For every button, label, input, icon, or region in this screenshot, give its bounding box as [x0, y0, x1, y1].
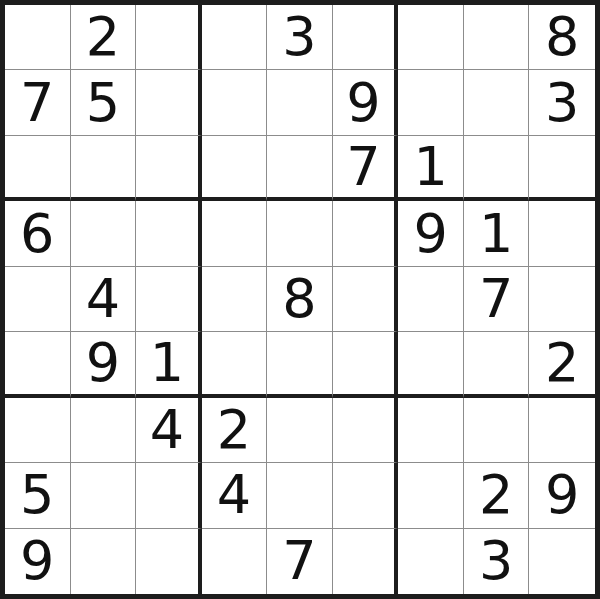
- cell-r8c4-given-4[interactable]: 4: [202, 463, 268, 528]
- cell-r7c2-empty[interactable]: [71, 398, 137, 463]
- cell-r6c4-empty[interactable]: [202, 332, 268, 397]
- cell-r7c5-empty[interactable]: [267, 398, 333, 463]
- cell-r6c3-given-1[interactable]: 1: [136, 332, 202, 397]
- cell-r7c6-empty[interactable]: [333, 398, 399, 463]
- cell-r3c8-empty[interactable]: [464, 136, 530, 201]
- cell-r1c2-given-2[interactable]: 2: [71, 5, 137, 70]
- cell-r4c5-empty[interactable]: [267, 201, 333, 266]
- cell-r4c3-empty[interactable]: [136, 201, 202, 266]
- cell-r6c2-given-9[interactable]: 9: [71, 332, 137, 397]
- cell-r5c9-empty[interactable]: [529, 267, 595, 332]
- cell-r4c1-given-6[interactable]: 6: [5, 201, 71, 266]
- cell-r6c9-given-2[interactable]: 2: [529, 332, 595, 397]
- cell-r2c7-empty[interactable]: [398, 70, 464, 135]
- cell-r8c1-given-5[interactable]: 5: [5, 463, 71, 528]
- cell-r3c5-empty[interactable]: [267, 136, 333, 201]
- cell-r5c2-given-4[interactable]: 4: [71, 267, 137, 332]
- cell-r9c6-empty[interactable]: [333, 529, 399, 594]
- cell-r2c4-empty[interactable]: [202, 70, 268, 135]
- cell-r4c6-empty[interactable]: [333, 201, 399, 266]
- cell-r2c5-empty[interactable]: [267, 70, 333, 135]
- cell-r1c1-empty[interactable]: [5, 5, 71, 70]
- cell-r5c8-given-7[interactable]: 7: [464, 267, 530, 332]
- cell-r7c3-given-4[interactable]: 4: [136, 398, 202, 463]
- cell-r4c4-empty[interactable]: [202, 201, 268, 266]
- cell-r5c3-empty[interactable]: [136, 267, 202, 332]
- cell-r3c3-empty[interactable]: [136, 136, 202, 201]
- cell-r6c7-empty[interactable]: [398, 332, 464, 397]
- cell-r7c7-empty[interactable]: [398, 398, 464, 463]
- cell-r4c9-empty[interactable]: [529, 201, 595, 266]
- cell-r1c9-given-8[interactable]: 8: [529, 5, 595, 70]
- cell-r9c2-empty[interactable]: [71, 529, 137, 594]
- cell-r9c8-given-3[interactable]: 3: [464, 529, 530, 594]
- cell-r9c4-empty[interactable]: [202, 529, 268, 594]
- cell-r5c6-empty[interactable]: [333, 267, 399, 332]
- cell-r5c5-given-8[interactable]: 8: [267, 267, 333, 332]
- cell-r8c8-given-2[interactable]: 2: [464, 463, 530, 528]
- cell-r9c3-empty[interactable]: [136, 529, 202, 594]
- cell-r1c5-given-3[interactable]: 3: [267, 5, 333, 70]
- cell-r2c1-given-7[interactable]: 7: [5, 70, 71, 135]
- cell-r4c2-empty[interactable]: [71, 201, 137, 266]
- cell-r9c9-empty[interactable]: [529, 529, 595, 594]
- cell-r1c4-empty[interactable]: [202, 5, 268, 70]
- cell-r9c7-empty[interactable]: [398, 529, 464, 594]
- cell-r4c7-given-9[interactable]: 9: [398, 201, 464, 266]
- cell-r2c8-empty[interactable]: [464, 70, 530, 135]
- cell-r8c9-given-9[interactable]: 9: [529, 463, 595, 528]
- cell-r2c3-empty[interactable]: [136, 70, 202, 135]
- cell-r6c1-empty[interactable]: [5, 332, 71, 397]
- cell-r4c8-given-1[interactable]: 1: [464, 201, 530, 266]
- cell-r6c5-empty[interactable]: [267, 332, 333, 397]
- cell-r8c5-empty[interactable]: [267, 463, 333, 528]
- cell-r8c6-empty[interactable]: [333, 463, 399, 528]
- cell-r8c2-empty[interactable]: [71, 463, 137, 528]
- cell-r8c7-empty[interactable]: [398, 463, 464, 528]
- cell-r2c2-given-5[interactable]: 5: [71, 70, 137, 135]
- cell-r2c9-given-3[interactable]: 3: [529, 70, 595, 135]
- cell-r8c3-empty[interactable]: [136, 463, 202, 528]
- cell-r3c1-empty[interactable]: [5, 136, 71, 201]
- cell-r1c8-empty[interactable]: [464, 5, 530, 70]
- cell-r9c1-given-9[interactable]: 9: [5, 529, 71, 594]
- sudoku-board: 238759371691487912425429973: [0, 0, 600, 599]
- cell-r1c3-empty[interactable]: [136, 5, 202, 70]
- cell-r3c4-empty[interactable]: [202, 136, 268, 201]
- cell-r3c7-given-1[interactable]: 1: [398, 136, 464, 201]
- cell-r5c7-empty[interactable]: [398, 267, 464, 332]
- cell-r7c8-empty[interactable]: [464, 398, 530, 463]
- cell-r3c6-given-7[interactable]: 7: [333, 136, 399, 201]
- cell-r5c1-empty[interactable]: [5, 267, 71, 332]
- cell-r1c6-empty[interactable]: [333, 5, 399, 70]
- cell-r1c7-empty[interactable]: [398, 5, 464, 70]
- cell-r7c1-empty[interactable]: [5, 398, 71, 463]
- cell-r7c9-empty[interactable]: [529, 398, 595, 463]
- cell-r3c2-empty[interactable]: [71, 136, 137, 201]
- cell-r5c4-empty[interactable]: [202, 267, 268, 332]
- cell-r6c8-empty[interactable]: [464, 332, 530, 397]
- cell-r9c5-given-7[interactable]: 7: [267, 529, 333, 594]
- cell-r3c9-empty[interactable]: [529, 136, 595, 201]
- cell-r2c6-given-9[interactable]: 9: [333, 70, 399, 135]
- cell-r6c6-empty[interactable]: [333, 332, 399, 397]
- cell-r7c4-given-2[interactable]: 2: [202, 398, 268, 463]
